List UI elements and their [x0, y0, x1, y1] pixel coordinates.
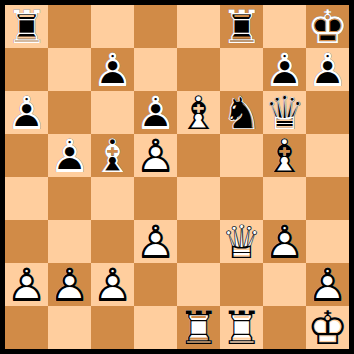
square-b7[interactable]	[48, 48, 91, 91]
square-a8[interactable]: ♜♖	[5, 5, 48, 48]
white-pawn-piece[interactable]: ♟♙	[134, 134, 177, 177]
black-pawn-piece[interactable]: ♟♙	[134, 91, 177, 134]
square-a5[interactable]	[5, 134, 48, 177]
square-d3[interactable]: ♟♙	[134, 220, 177, 263]
square-c6[interactable]	[91, 91, 134, 134]
square-h3[interactable]	[306, 220, 349, 263]
square-f3[interactable]: ♛♕	[220, 220, 263, 263]
square-f8[interactable]: ♜♖	[220, 5, 263, 48]
square-h8[interactable]: ♚♔	[306, 5, 349, 48]
square-f5[interactable]	[220, 134, 263, 177]
piece-outline-glyph: ♙	[5, 91, 48, 134]
piece-outline-glyph: ♙	[134, 134, 177, 177]
white-pawn-piece[interactable]: ♟♙	[263, 220, 306, 263]
square-e4[interactable]	[177, 177, 220, 220]
square-a6[interactable]: ♟♙	[5, 91, 48, 134]
chess-board: ♜♖♜♖♚♔♟♙♟♙♟♙♟♙♟♙♝♗♞♘♛♕♟♙♝♗♟♙♝♗♟♙♛♕♟♙♟♙♟♙…	[0, 0, 354, 354]
square-a2[interactable]: ♟♙	[5, 263, 48, 306]
square-c1[interactable]	[91, 306, 134, 349]
white-pawn-piece[interactable]: ♟♙	[48, 263, 91, 306]
square-a3[interactable]	[5, 220, 48, 263]
piece-outline-glyph: ♙	[306, 48, 349, 91]
white-bishop-piece[interactable]: ♝♗	[177, 91, 220, 134]
black-king-piece[interactable]: ♚♔	[306, 5, 349, 48]
square-f6[interactable]: ♞♘	[220, 91, 263, 134]
square-c8[interactable]	[91, 5, 134, 48]
square-g7[interactable]: ♟♙	[263, 48, 306, 91]
square-e1[interactable]: ♜♖	[177, 306, 220, 349]
black-rook-piece[interactable]: ♜♖	[220, 5, 263, 48]
square-b6[interactable]	[48, 91, 91, 134]
white-bishop-piece[interactable]: ♝♗	[263, 134, 306, 177]
square-g3[interactable]: ♟♙	[263, 220, 306, 263]
square-e8[interactable]	[177, 5, 220, 48]
piece-outline-glyph: ♙	[48, 263, 91, 306]
white-pawn-piece[interactable]: ♟♙	[306, 263, 349, 306]
square-h2[interactable]: ♟♙	[306, 263, 349, 306]
white-rook-piece[interactable]: ♜♖	[220, 306, 263, 349]
square-h5[interactable]	[306, 134, 349, 177]
white-pawn-piece[interactable]: ♟♙	[134, 220, 177, 263]
piece-outline-glyph: ♕	[263, 91, 306, 134]
square-f1[interactable]: ♜♖	[220, 306, 263, 349]
square-d8[interactable]	[134, 5, 177, 48]
square-e7[interactable]	[177, 48, 220, 91]
piece-outline-glyph: ♙	[91, 48, 134, 91]
piece-outline-glyph: ♖	[5, 5, 48, 48]
square-b3[interactable]	[48, 220, 91, 263]
square-d4[interactable]	[134, 177, 177, 220]
square-f4[interactable]	[220, 177, 263, 220]
square-d6[interactable]: ♟♙	[134, 91, 177, 134]
square-d5[interactable]: ♟♙	[134, 134, 177, 177]
square-c2[interactable]: ♟♙	[91, 263, 134, 306]
square-c4[interactable]	[91, 177, 134, 220]
square-a4[interactable]	[5, 177, 48, 220]
square-c7[interactable]: ♟♙	[91, 48, 134, 91]
black-rook-piece[interactable]: ♜♖	[5, 5, 48, 48]
square-h4[interactable]	[306, 177, 349, 220]
square-g6[interactable]: ♛♕	[263, 91, 306, 134]
black-queen-piece[interactable]: ♛♕	[263, 91, 306, 134]
piece-outline-glyph: ♕	[220, 220, 263, 263]
square-a7[interactable]	[5, 48, 48, 91]
square-d1[interactable]	[134, 306, 177, 349]
square-h7[interactable]: ♟♙	[306, 48, 349, 91]
white-king-piece[interactable]: ♚♔	[306, 306, 349, 349]
black-pawn-piece[interactable]: ♟♙	[306, 48, 349, 91]
square-f7[interactable]	[220, 48, 263, 91]
piece-outline-glyph: ♙	[263, 220, 306, 263]
white-pawn-piece[interactable]: ♟♙	[91, 263, 134, 306]
piece-outline-glyph: ♙	[48, 134, 91, 177]
black-bishop-piece[interactable]: ♝♗	[91, 134, 134, 177]
square-g4[interactable]	[263, 177, 306, 220]
piece-outline-glyph: ♙	[263, 48, 306, 91]
black-knight-piece[interactable]: ♞♘	[220, 91, 263, 134]
piece-outline-glyph: ♖	[220, 306, 263, 349]
square-f2[interactable]	[220, 263, 263, 306]
square-c3[interactable]	[91, 220, 134, 263]
square-g5[interactable]: ♝♗	[263, 134, 306, 177]
piece-outline-glyph: ♗	[177, 91, 220, 134]
square-e3[interactable]	[177, 220, 220, 263]
square-b8[interactable]	[48, 5, 91, 48]
square-b5[interactable]: ♟♙	[48, 134, 91, 177]
square-b2[interactable]: ♟♙	[48, 263, 91, 306]
square-b1[interactable]	[48, 306, 91, 349]
black-pawn-piece[interactable]: ♟♙	[91, 48, 134, 91]
piece-outline-glyph: ♔	[306, 306, 349, 349]
square-e2[interactable]	[177, 263, 220, 306]
square-d7[interactable]	[134, 48, 177, 91]
white-queen-piece[interactable]: ♛♕	[220, 220, 263, 263]
square-c5[interactable]: ♝♗	[91, 134, 134, 177]
piece-outline-glyph: ♙	[134, 220, 177, 263]
square-g2[interactable]	[263, 263, 306, 306]
square-e6[interactable]: ♝♗	[177, 91, 220, 134]
piece-outline-glyph: ♙	[306, 263, 349, 306]
square-g1[interactable]	[263, 306, 306, 349]
black-pawn-piece[interactable]: ♟♙	[48, 134, 91, 177]
square-a1[interactable]	[5, 306, 48, 349]
square-b4[interactable]	[48, 177, 91, 220]
square-g8[interactable]	[263, 5, 306, 48]
piece-outline-glyph: ♙	[134, 91, 177, 134]
square-e5[interactable]	[177, 134, 220, 177]
piece-outline-glyph: ♙	[91, 263, 134, 306]
piece-outline-glyph: ♙	[5, 263, 48, 306]
square-d2[interactable]	[134, 263, 177, 306]
piece-outline-glyph: ♘	[220, 91, 263, 134]
square-h1[interactable]: ♚♔	[306, 306, 349, 349]
black-pawn-piece[interactable]: ♟♙	[263, 48, 306, 91]
white-rook-piece[interactable]: ♜♖	[177, 306, 220, 349]
square-h6[interactable]	[306, 91, 349, 134]
white-pawn-piece[interactable]: ♟♙	[5, 263, 48, 306]
black-pawn-piece[interactable]: ♟♙	[5, 91, 48, 134]
piece-outline-glyph: ♖	[220, 5, 263, 48]
piece-outline-glyph: ♗	[91, 134, 134, 177]
piece-outline-glyph: ♗	[263, 134, 306, 177]
piece-outline-glyph: ♔	[306, 5, 349, 48]
piece-outline-glyph: ♖	[177, 306, 220, 349]
